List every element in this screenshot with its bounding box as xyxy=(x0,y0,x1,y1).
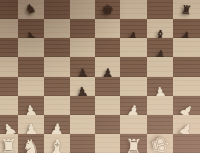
square-e2[interactable] xyxy=(95,115,120,134)
square-f1[interactable]: ♜ xyxy=(120,134,147,153)
square-e7[interactable] xyxy=(95,19,120,38)
square-g3[interactable] xyxy=(147,96,173,115)
chess-board-photo: ♞♚♜♟♟♝♟♟♟♟♟♟♟♟♟♟♟♟♟♜♞♝♜♚ xyxy=(0,0,200,153)
square-f7[interactable]: ♟ xyxy=(120,19,147,38)
square-h8[interactable]: ♜ xyxy=(173,0,200,19)
square-c4[interactable] xyxy=(44,77,70,96)
square-c1[interactable]: ♝ xyxy=(44,134,70,153)
piece-black-rook-h8[interactable]: ♜ xyxy=(181,4,193,15)
square-g5[interactable] xyxy=(147,57,173,76)
square-c2[interactable]: ♟ xyxy=(44,115,70,134)
square-d4[interactable]: ♟ xyxy=(70,77,95,96)
piece-white-rook-a1[interactable]: ♜ xyxy=(0,139,18,153)
square-b5[interactable] xyxy=(18,57,44,76)
square-g6[interactable]: ♟ xyxy=(147,38,173,57)
square-b8[interactable]: ♞ xyxy=(18,0,44,19)
square-a2[interactable]: ♟ xyxy=(0,115,18,134)
square-f8[interactable] xyxy=(120,0,147,19)
square-h4[interactable] xyxy=(173,77,200,96)
square-e1[interactable] xyxy=(95,134,120,153)
square-e5[interactable]: ♟ xyxy=(95,57,120,76)
square-f6[interactable] xyxy=(120,38,147,57)
square-a3[interactable] xyxy=(0,96,18,115)
piece-black-knight-b8[interactable]: ♞ xyxy=(24,2,37,15)
piece-white-king-g1[interactable]: ♚ xyxy=(149,133,171,153)
square-g7[interactable]: ♝ xyxy=(147,19,173,38)
square-f3[interactable]: ♟ xyxy=(120,96,147,115)
square-a7[interactable] xyxy=(0,19,18,38)
square-d6[interactable] xyxy=(70,38,95,57)
square-c5[interactable] xyxy=(44,57,70,76)
square-h7[interactable]: ♟ xyxy=(173,19,200,38)
square-d7[interactable] xyxy=(70,19,95,38)
square-d3[interactable] xyxy=(70,96,95,115)
square-c3[interactable] xyxy=(44,96,70,115)
piece-white-rook-f1[interactable]: ♜ xyxy=(124,139,142,153)
piece-black-king-e8[interactable]: ♚ xyxy=(102,4,114,15)
piece-white-bishop-c1[interactable]: ♝ xyxy=(47,138,67,153)
square-c8[interactable] xyxy=(44,0,70,19)
square-h6[interactable] xyxy=(173,38,200,57)
square-a4[interactable] xyxy=(0,77,18,96)
square-b6[interactable] xyxy=(18,38,44,57)
square-c6[interactable] xyxy=(44,38,70,57)
square-g2[interactable] xyxy=(147,115,173,134)
square-e3[interactable] xyxy=(95,96,120,115)
square-f4[interactable] xyxy=(120,77,147,96)
square-c7[interactable] xyxy=(44,19,70,38)
square-e6[interactable] xyxy=(95,38,120,57)
square-h5[interactable] xyxy=(173,57,200,76)
square-d5[interactable]: ♟ xyxy=(70,57,95,76)
square-e4[interactable] xyxy=(95,77,120,96)
square-e8[interactable]: ♚ xyxy=(95,0,120,19)
square-f5[interactable] xyxy=(120,57,147,76)
square-g1[interactable]: ♚ xyxy=(147,134,173,153)
chess-board: ♞♚♜♟♟♝♟♟♟♟♟♟♟♟♟♟♟♟♟♜♞♝♜♚ xyxy=(0,0,200,153)
square-b2[interactable]: ♟ xyxy=(18,115,44,134)
square-f2[interactable] xyxy=(120,115,147,134)
square-h3[interactable]: ♟ xyxy=(173,96,200,115)
square-d1[interactable] xyxy=(70,134,95,153)
square-g4[interactable]: ♟ xyxy=(147,77,173,96)
square-g8[interactable] xyxy=(147,0,173,19)
square-a5[interactable] xyxy=(0,57,18,76)
square-h1[interactable] xyxy=(173,134,200,153)
square-a1[interactable]: ♜ xyxy=(0,134,18,153)
square-a8[interactable] xyxy=(0,0,18,19)
square-d8[interactable] xyxy=(70,0,95,19)
square-b1[interactable]: ♞ xyxy=(18,134,44,153)
square-b3[interactable]: ♟ xyxy=(18,96,44,115)
square-a6[interactable] xyxy=(0,38,18,57)
square-b7[interactable]: ♟ xyxy=(18,19,44,38)
piece-white-knight-b1[interactable]: ♞ xyxy=(21,138,41,153)
square-b4[interactable] xyxy=(18,77,44,96)
square-d2[interactable] xyxy=(70,115,95,134)
square-h2[interactable]: ♟ xyxy=(173,115,200,134)
